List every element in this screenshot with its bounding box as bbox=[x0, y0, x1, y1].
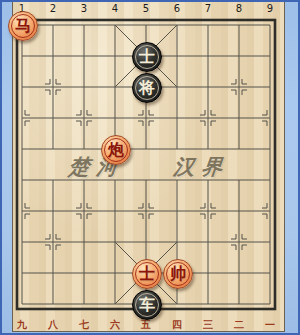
piece-character: 炮 bbox=[108, 142, 124, 158]
piece-black-chariot[interactable]: 车 bbox=[132, 290, 162, 320]
file-label-top: 4 bbox=[105, 3, 125, 15]
file-label-top: 9 bbox=[260, 3, 280, 15]
piece-character: 车 bbox=[139, 297, 155, 313]
file-label-bottom: 一 bbox=[260, 319, 280, 331]
piece-black-general[interactable]: 将 bbox=[132, 73, 162, 103]
file-label-top: 3 bbox=[74, 3, 94, 15]
file-label-top: 6 bbox=[167, 3, 187, 15]
file-label-bottom: 四 bbox=[167, 319, 187, 331]
xiangqi-board[interactable]: 楚河 汉界 123456789 九八七六五四三二一 马士将炮士帅车 bbox=[13, 2, 284, 331]
piece-character: 马 bbox=[15, 18, 31, 34]
piece-red-general[interactable]: 帅 bbox=[163, 259, 193, 289]
file-label-bottom: 三 bbox=[198, 319, 218, 331]
file-label-top: 7 bbox=[198, 3, 218, 15]
piece-character: 士 bbox=[139, 266, 155, 282]
piece-red-horse[interactable]: 马 bbox=[8, 11, 38, 41]
piece-black-advisor[interactable]: 士 bbox=[132, 42, 162, 72]
piece-red-cannon[interactable]: 炮 bbox=[101, 135, 131, 165]
file-label-bottom: 六 bbox=[105, 319, 125, 331]
file-label-bottom: 七 bbox=[74, 319, 94, 331]
file-label-top: 2 bbox=[43, 3, 63, 15]
file-label-bottom: 九 bbox=[12, 319, 32, 331]
file-label-bottom: 八 bbox=[43, 319, 63, 331]
file-label-top: 8 bbox=[229, 3, 249, 15]
piece-character: 帅 bbox=[170, 266, 186, 282]
piece-red-advisor[interactable]: 士 bbox=[132, 259, 162, 289]
piece-character: 士 bbox=[139, 49, 155, 65]
file-label-top: 5 bbox=[136, 3, 156, 15]
file-label-bottom: 五 bbox=[136, 319, 156, 331]
piece-character: 将 bbox=[139, 80, 155, 96]
file-label-bottom: 二 bbox=[229, 319, 249, 331]
xiangqi-app-window: 楚河 汉界 123456789 九八七六五四三二一 马士将炮士帅车 bbox=[0, 0, 300, 335]
